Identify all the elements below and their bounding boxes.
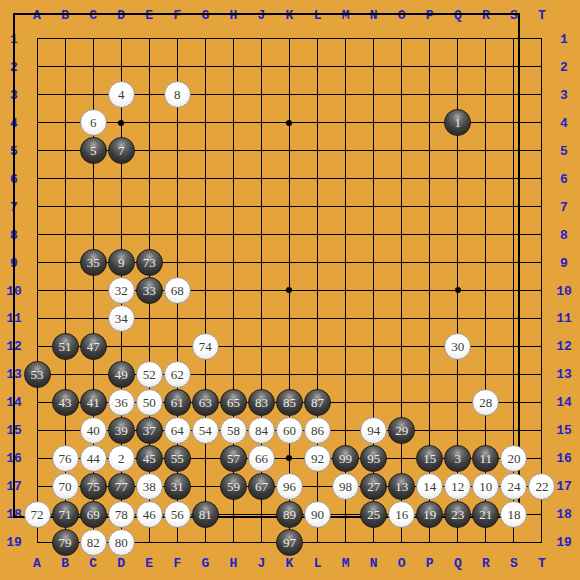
board-point-P14[interactable] bbox=[416, 388, 444, 416]
board-point-M9[interactable] bbox=[332, 249, 360, 277]
stone-move-number: 9 bbox=[118, 256, 125, 269]
board-point-G6[interactable] bbox=[191, 165, 219, 193]
board-point-A5[interactable] bbox=[23, 137, 51, 165]
board-point-P8[interactable] bbox=[416, 221, 444, 249]
board-point-T7[interactable] bbox=[528, 193, 556, 221]
board-point-T10[interactable] bbox=[528, 277, 556, 305]
board-point-S8[interactable] bbox=[500, 221, 528, 249]
board-point-K9[interactable] bbox=[275, 249, 303, 277]
board-point-K11[interactable] bbox=[275, 304, 303, 332]
board-point-G16[interactable] bbox=[191, 444, 219, 472]
board-point-J6[interactable] bbox=[247, 165, 275, 193]
board-point-O2[interactable] bbox=[388, 53, 416, 81]
col-label-top-C: C bbox=[89, 9, 97, 22]
board-point-J13[interactable] bbox=[247, 360, 275, 388]
col-label-top-B: B bbox=[61, 9, 69, 22]
board-point-S6[interactable] bbox=[500, 165, 528, 193]
board-point-B8[interactable] bbox=[51, 221, 79, 249]
board-point-E2[interactable] bbox=[135, 53, 163, 81]
board-point-M19[interactable] bbox=[332, 528, 360, 556]
board-point-A8[interactable] bbox=[23, 221, 51, 249]
board-point-S19[interactable] bbox=[500, 528, 528, 556]
board-point-Q9[interactable] bbox=[444, 249, 472, 277]
board-point-P19[interactable] bbox=[416, 528, 444, 556]
board-point-A16[interactable] bbox=[23, 444, 51, 472]
row-label-left-5: 5 bbox=[10, 144, 18, 157]
board-point-L5[interactable] bbox=[304, 137, 332, 165]
board-point-J11[interactable] bbox=[247, 304, 275, 332]
board-point-A2[interactable] bbox=[23, 53, 51, 81]
board-point-H3[interactable] bbox=[219, 81, 247, 109]
board-point-B13[interactable] bbox=[51, 360, 79, 388]
board-point-L6[interactable] bbox=[304, 165, 332, 193]
board-point-C10[interactable] bbox=[79, 277, 107, 305]
board-point-O5[interactable] bbox=[388, 137, 416, 165]
board-point-B6[interactable] bbox=[51, 165, 79, 193]
board-point-H10[interactable] bbox=[219, 277, 247, 305]
board-point-N1[interactable] bbox=[360, 25, 388, 53]
board-point-L4[interactable] bbox=[304, 109, 332, 137]
board-point-M8[interactable] bbox=[332, 221, 360, 249]
board-point-P7[interactable] bbox=[416, 193, 444, 221]
board-point-O11[interactable] bbox=[388, 304, 416, 332]
board-point-K8[interactable] bbox=[275, 221, 303, 249]
board-point-H4[interactable] bbox=[219, 109, 247, 137]
board-point-L12[interactable] bbox=[304, 332, 332, 360]
board-point-G8[interactable] bbox=[191, 221, 219, 249]
board-point-E1[interactable] bbox=[135, 25, 163, 53]
row-label-right-10: 10 bbox=[556, 284, 572, 297]
board-point-D12[interactable] bbox=[107, 332, 135, 360]
board-point-Q5[interactable] bbox=[444, 137, 472, 165]
board-point-T2[interactable] bbox=[528, 53, 556, 81]
board-point-P6[interactable] bbox=[416, 165, 444, 193]
board-point-A15[interactable] bbox=[23, 416, 51, 444]
board-point-S1[interactable] bbox=[500, 25, 528, 53]
board-point-H6[interactable] bbox=[219, 165, 247, 193]
board-point-O4[interactable] bbox=[388, 109, 416, 137]
board-point-Q2[interactable] bbox=[444, 53, 472, 81]
board-point-R1[interactable] bbox=[472, 25, 500, 53]
board-point-S10[interactable] bbox=[500, 277, 528, 305]
board-point-P12[interactable] bbox=[416, 332, 444, 360]
board-point-D6[interactable] bbox=[107, 165, 135, 193]
board-point-D2[interactable] bbox=[107, 53, 135, 81]
board-point-N11[interactable] bbox=[360, 304, 388, 332]
board-point-M15[interactable] bbox=[332, 416, 360, 444]
board-point-D7[interactable] bbox=[107, 193, 135, 221]
board-point-J7[interactable] bbox=[247, 193, 275, 221]
board-point-K13[interactable] bbox=[275, 360, 303, 388]
board-point-L2[interactable] bbox=[304, 53, 332, 81]
board-point-J19[interactable] bbox=[247, 528, 275, 556]
board-point-K5[interactable] bbox=[275, 137, 303, 165]
stone-black-73: 73 bbox=[136, 249, 163, 276]
board-point-G5[interactable] bbox=[191, 137, 219, 165]
board-point-L9[interactable] bbox=[304, 249, 332, 277]
board-point-K2[interactable] bbox=[275, 53, 303, 81]
board-point-T4[interactable] bbox=[528, 109, 556, 137]
board-point-N6[interactable] bbox=[360, 165, 388, 193]
board-point-A14[interactable] bbox=[23, 388, 51, 416]
board-point-E19[interactable] bbox=[135, 528, 163, 556]
board-point-K12[interactable] bbox=[275, 332, 303, 360]
board-point-B15[interactable] bbox=[51, 416, 79, 444]
stone-black-49: 49 bbox=[108, 361, 135, 388]
board-point-M6[interactable] bbox=[332, 165, 360, 193]
board-point-O19[interactable] bbox=[388, 528, 416, 556]
col-label-top-F: F bbox=[173, 9, 181, 22]
board-point-H9[interactable] bbox=[219, 249, 247, 277]
board-point-F1[interactable] bbox=[163, 25, 191, 53]
board-point-M12[interactable] bbox=[332, 332, 360, 360]
board-point-E6[interactable] bbox=[135, 165, 163, 193]
board-point-M1[interactable] bbox=[332, 25, 360, 53]
stone-black-69: 69 bbox=[80, 501, 107, 528]
stone-move-number: 28 bbox=[479, 396, 492, 409]
board-point-C13[interactable] bbox=[79, 360, 107, 388]
board-point-M5[interactable] bbox=[332, 137, 360, 165]
board-point-B10[interactable] bbox=[51, 277, 79, 305]
board-point-T11[interactable] bbox=[528, 304, 556, 332]
board-point-N19[interactable] bbox=[360, 528, 388, 556]
board-point-E4[interactable] bbox=[135, 109, 163, 137]
board-point-E8[interactable] bbox=[135, 221, 163, 249]
board-point-M10[interactable] bbox=[332, 277, 360, 305]
board-point-J1[interactable] bbox=[247, 25, 275, 53]
board-point-R7[interactable] bbox=[472, 193, 500, 221]
board-point-Q3[interactable] bbox=[444, 81, 472, 109]
board-point-M11[interactable] bbox=[332, 304, 360, 332]
stone-black-59: 59 bbox=[220, 473, 247, 500]
board-point-O14[interactable] bbox=[388, 388, 416, 416]
board-point-C8[interactable] bbox=[79, 221, 107, 249]
board-point-J3[interactable] bbox=[247, 81, 275, 109]
board-point-O9[interactable] bbox=[388, 249, 416, 277]
board-point-J9[interactable] bbox=[247, 249, 275, 277]
stone-black-3: 3 bbox=[444, 445, 471, 472]
board-point-N12[interactable] bbox=[360, 332, 388, 360]
board-point-T18[interactable] bbox=[528, 500, 556, 528]
board-point-N8[interactable] bbox=[360, 221, 388, 249]
board-point-Q6[interactable] bbox=[444, 165, 472, 193]
board-point-F12[interactable] bbox=[163, 332, 191, 360]
board-point-P5[interactable] bbox=[416, 137, 444, 165]
board-point-P9[interactable] bbox=[416, 249, 444, 277]
board-point-D8[interactable] bbox=[107, 221, 135, 249]
board-point-G3[interactable] bbox=[191, 81, 219, 109]
board-point-S5[interactable] bbox=[500, 137, 528, 165]
stone-move-number: 32 bbox=[115, 284, 128, 297]
board-point-Q11[interactable] bbox=[444, 304, 472, 332]
board-point-T12[interactable] bbox=[528, 332, 556, 360]
board-point-P11[interactable] bbox=[416, 304, 444, 332]
board-point-F19[interactable] bbox=[163, 528, 191, 556]
board-point-P10[interactable] bbox=[416, 277, 444, 305]
board-point-D1[interactable] bbox=[107, 25, 135, 53]
board-point-L3[interactable] bbox=[304, 81, 332, 109]
board-point-F2[interactable] bbox=[163, 53, 191, 81]
board-point-R19[interactable] bbox=[472, 528, 500, 556]
board-point-F11[interactable] bbox=[163, 304, 191, 332]
board-point-R15[interactable] bbox=[472, 416, 500, 444]
board-point-O13[interactable] bbox=[388, 360, 416, 388]
board-point-C6[interactable] bbox=[79, 165, 107, 193]
board-point-N2[interactable] bbox=[360, 53, 388, 81]
board-point-F6[interactable] bbox=[163, 165, 191, 193]
board-point-L10[interactable] bbox=[304, 277, 332, 305]
board-point-O10[interactable] bbox=[388, 277, 416, 305]
board-point-S2[interactable] bbox=[500, 53, 528, 81]
board-point-Q7[interactable] bbox=[444, 193, 472, 221]
board-point-Q19[interactable] bbox=[444, 528, 472, 556]
board-point-H2[interactable] bbox=[219, 53, 247, 81]
stone-white-96: 96 bbox=[276, 473, 303, 500]
board-point-N3[interactable] bbox=[360, 81, 388, 109]
board-point-R6[interactable] bbox=[472, 165, 500, 193]
board-point-A10[interactable] bbox=[23, 277, 51, 305]
board-point-T19[interactable] bbox=[528, 528, 556, 556]
board-point-B2[interactable] bbox=[51, 53, 79, 81]
board-point-G7[interactable] bbox=[191, 193, 219, 221]
board-point-O6[interactable] bbox=[388, 165, 416, 193]
board-point-S12[interactable] bbox=[500, 332, 528, 360]
row-label-left-15: 15 bbox=[6, 424, 22, 437]
board-point-B7[interactable] bbox=[51, 193, 79, 221]
board-point-J10[interactable] bbox=[247, 277, 275, 305]
board-point-O7[interactable] bbox=[388, 193, 416, 221]
board-point-C11[interactable] bbox=[79, 304, 107, 332]
board-point-R10[interactable] bbox=[472, 277, 500, 305]
board-point-A4[interactable] bbox=[23, 109, 51, 137]
board-point-T15[interactable] bbox=[528, 416, 556, 444]
stone-black-65: 65 bbox=[220, 389, 247, 416]
board-point-S14[interactable] bbox=[500, 388, 528, 416]
board-point-E7[interactable] bbox=[135, 193, 163, 221]
board-point-E12[interactable] bbox=[135, 332, 163, 360]
board-point-F9[interactable] bbox=[163, 249, 191, 277]
board-point-K6[interactable] bbox=[275, 165, 303, 193]
board-point-B3[interactable] bbox=[51, 81, 79, 109]
board-point-B11[interactable] bbox=[51, 304, 79, 332]
board-point-J18[interactable] bbox=[247, 500, 275, 528]
board-point-G2[interactable] bbox=[191, 53, 219, 81]
board-point-M2[interactable] bbox=[332, 53, 360, 81]
board-point-S11[interactable] bbox=[500, 304, 528, 332]
board-point-B1[interactable] bbox=[51, 25, 79, 53]
board-point-R4[interactable] bbox=[472, 109, 500, 137]
col-label-bottom-H: H bbox=[229, 557, 237, 570]
board-point-R2[interactable] bbox=[472, 53, 500, 81]
board-point-T6[interactable] bbox=[528, 165, 556, 193]
row-label-right-15: 15 bbox=[556, 424, 572, 437]
board-point-J4[interactable] bbox=[247, 109, 275, 137]
board-point-Q14[interactable] bbox=[444, 388, 472, 416]
board-point-T1[interactable] bbox=[528, 25, 556, 53]
board-point-R12[interactable] bbox=[472, 332, 500, 360]
board-point-M4[interactable] bbox=[332, 109, 360, 137]
board-point-E11[interactable] bbox=[135, 304, 163, 332]
board-point-E5[interactable] bbox=[135, 137, 163, 165]
board-point-H12[interactable] bbox=[219, 332, 247, 360]
board-point-B4[interactable] bbox=[51, 109, 79, 137]
board-point-R3[interactable] bbox=[472, 81, 500, 109]
board-point-L7[interactable] bbox=[304, 193, 332, 221]
board-point-G1[interactable] bbox=[191, 25, 219, 53]
row-label-left-16: 16 bbox=[6, 452, 22, 465]
board-point-F7[interactable] bbox=[163, 193, 191, 221]
board-point-O12[interactable] bbox=[388, 332, 416, 360]
board-point-L17[interactable] bbox=[304, 472, 332, 500]
board-point-A3[interactable] bbox=[23, 81, 51, 109]
board-point-N10[interactable] bbox=[360, 277, 388, 305]
board-point-G4[interactable] bbox=[191, 109, 219, 137]
board-point-A17[interactable] bbox=[23, 472, 51, 500]
board-point-T9[interactable] bbox=[528, 249, 556, 277]
board-point-A7[interactable] bbox=[23, 193, 51, 221]
board-point-H13[interactable] bbox=[219, 360, 247, 388]
board-point-H11[interactable] bbox=[219, 304, 247, 332]
board-point-O1[interactable] bbox=[388, 25, 416, 53]
board-point-T5[interactable] bbox=[528, 137, 556, 165]
board-point-J12[interactable] bbox=[247, 332, 275, 360]
board-point-P3[interactable] bbox=[416, 81, 444, 109]
board-point-P4[interactable] bbox=[416, 109, 444, 137]
board-point-M7[interactable] bbox=[332, 193, 360, 221]
board-point-Q13[interactable] bbox=[444, 360, 472, 388]
board-point-T3[interactable] bbox=[528, 81, 556, 109]
board-point-H18[interactable] bbox=[219, 500, 247, 528]
board-point-G13[interactable] bbox=[191, 360, 219, 388]
board-point-S7[interactable] bbox=[500, 193, 528, 221]
board-point-P2[interactable] bbox=[416, 53, 444, 81]
board-point-H19[interactable] bbox=[219, 528, 247, 556]
col-label-top-O: O bbox=[398, 9, 406, 22]
board-point-A19[interactable] bbox=[23, 528, 51, 556]
board-point-A1[interactable] bbox=[23, 25, 51, 53]
board-point-A12[interactable] bbox=[23, 332, 51, 360]
board-point-J5[interactable] bbox=[247, 137, 275, 165]
board-point-R8[interactable] bbox=[472, 221, 500, 249]
board-point-P15[interactable] bbox=[416, 416, 444, 444]
board-point-T16[interactable] bbox=[528, 444, 556, 472]
board-point-E3[interactable] bbox=[135, 81, 163, 109]
board-point-O16[interactable] bbox=[388, 444, 416, 472]
row-label-left-4: 4 bbox=[10, 116, 18, 129]
stone-black-51: 51 bbox=[52, 333, 79, 360]
board-point-G17[interactable] bbox=[191, 472, 219, 500]
board-point-F4[interactable] bbox=[163, 109, 191, 137]
board-point-T13[interactable] bbox=[528, 360, 556, 388]
board-point-H8[interactable] bbox=[219, 221, 247, 249]
board-point-L8[interactable] bbox=[304, 221, 332, 249]
board-point-Q1[interactable] bbox=[444, 25, 472, 53]
board-point-H1[interactable] bbox=[219, 25, 247, 53]
board-point-G9[interactable] bbox=[191, 249, 219, 277]
board-point-Q8[interactable] bbox=[444, 221, 472, 249]
board-point-L1[interactable] bbox=[304, 25, 332, 53]
board-point-R9[interactable] bbox=[472, 249, 500, 277]
board-point-G11[interactable] bbox=[191, 304, 219, 332]
board-point-B5[interactable] bbox=[51, 137, 79, 165]
go-board-grid[interactable]: 1234567891011121314151618192021222324252… bbox=[23, 25, 556, 556]
board-point-S13[interactable] bbox=[500, 360, 528, 388]
board-point-J8[interactable] bbox=[247, 221, 275, 249]
board-point-Q15[interactable] bbox=[444, 416, 472, 444]
stone-black-25: 25 bbox=[360, 501, 387, 528]
board-point-F8[interactable] bbox=[163, 221, 191, 249]
board-point-C3[interactable] bbox=[79, 81, 107, 109]
board-point-H5[interactable] bbox=[219, 137, 247, 165]
board-point-M3[interactable] bbox=[332, 81, 360, 109]
board-point-N4[interactable] bbox=[360, 109, 388, 137]
board-point-J2[interactable] bbox=[247, 53, 275, 81]
row-label-left-6: 6 bbox=[10, 172, 18, 185]
board-point-M18[interactable] bbox=[332, 500, 360, 528]
board-point-S9[interactable] bbox=[500, 249, 528, 277]
board-point-A9[interactable] bbox=[23, 249, 51, 277]
board-point-R13[interactable] bbox=[472, 360, 500, 388]
board-point-N5[interactable] bbox=[360, 137, 388, 165]
board-point-C1[interactable] bbox=[79, 25, 107, 53]
board-point-S15[interactable] bbox=[500, 416, 528, 444]
board-point-K3[interactable] bbox=[275, 81, 303, 109]
board-point-L19[interactable] bbox=[304, 528, 332, 556]
col-label-top-J: J bbox=[258, 9, 266, 22]
board-point-C2[interactable] bbox=[79, 53, 107, 81]
board-point-S3[interactable] bbox=[500, 81, 528, 109]
col-label-bottom-G: G bbox=[201, 557, 209, 570]
board-point-R11[interactable] bbox=[472, 304, 500, 332]
board-point-N7[interactable] bbox=[360, 193, 388, 221]
stone-black-57: 57 bbox=[220, 445, 247, 472]
board-point-P13[interactable] bbox=[416, 360, 444, 388]
board-point-H7[interactable] bbox=[219, 193, 247, 221]
board-point-G19[interactable] bbox=[191, 528, 219, 556]
stone-white-56: 56 bbox=[164, 501, 191, 528]
board-point-M14[interactable] bbox=[332, 388, 360, 416]
board-point-N14[interactable] bbox=[360, 388, 388, 416]
col-label-bottom-K: K bbox=[286, 557, 294, 570]
board-point-C7[interactable] bbox=[79, 193, 107, 221]
board-point-F5[interactable] bbox=[163, 137, 191, 165]
board-point-K1[interactable] bbox=[275, 25, 303, 53]
board-point-L13[interactable] bbox=[304, 360, 332, 388]
board-point-B9[interactable] bbox=[51, 249, 79, 277]
board-point-A6[interactable] bbox=[23, 165, 51, 193]
board-point-G10[interactable] bbox=[191, 277, 219, 305]
board-point-O8[interactable] bbox=[388, 221, 416, 249]
board-point-S4[interactable] bbox=[500, 109, 528, 137]
stone-move-number: 12 bbox=[451, 480, 464, 493]
row-label-left-8: 8 bbox=[10, 228, 18, 241]
board-point-T14[interactable] bbox=[528, 388, 556, 416]
board-point-N13[interactable] bbox=[360, 360, 388, 388]
board-point-K7[interactable] bbox=[275, 193, 303, 221]
board-point-A11[interactable] bbox=[23, 304, 51, 332]
board-point-L11[interactable] bbox=[304, 304, 332, 332]
board-point-N9[interactable] bbox=[360, 249, 388, 277]
board-point-T8[interactable] bbox=[528, 221, 556, 249]
board-point-O3[interactable] bbox=[388, 81, 416, 109]
stone-black-35: 35 bbox=[80, 249, 107, 276]
board-point-P1[interactable] bbox=[416, 25, 444, 53]
stone-move-number: 24 bbox=[507, 480, 520, 493]
stone-black-67: 67 bbox=[248, 473, 275, 500]
stone-black-83: 83 bbox=[248, 389, 275, 416]
board-point-R5[interactable] bbox=[472, 137, 500, 165]
board-point-M13[interactable] bbox=[332, 360, 360, 388]
